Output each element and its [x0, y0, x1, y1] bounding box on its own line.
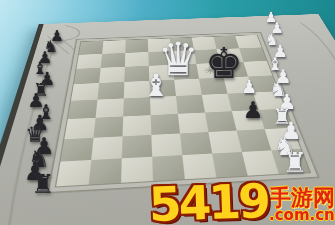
watermark-text-column: 手游网 .com.cn — [269, 188, 335, 224]
piece-white-bishop-d5[interactable]: ♝ — [142, 70, 170, 101]
square-c2[interactable] — [122, 135, 152, 158]
square-b1[interactable] — [89, 158, 122, 184]
watermark-site-name: 手游网 — [269, 188, 335, 208]
square-b8[interactable] — [102, 40, 126, 54]
square-b5[interactable] — [97, 82, 124, 100]
square-c8[interactable] — [125, 39, 148, 53]
watermark-site-number: 5419 — [148, 180, 268, 225]
square-a5[interactable] — [71, 83, 99, 101]
square-a1[interactable] — [56, 160, 91, 186]
square-e3[interactable] — [178, 113, 209, 134]
square-a8[interactable] — [79, 41, 104, 55]
square-b4[interactable] — [96, 98, 124, 117]
piece-black-king-g6[interactable]: ♚ — [205, 43, 243, 85]
piece-white-pawn-h5[interactable]: ♟ — [241, 78, 257, 96]
screenshot-stage: ✳ ♛♝♚♟♟♟♞♟♝♟♜♟♝♟♛♟♞♟♜♟♟♞♟♝♟♞♟♜♟♞♜ 5419 手… — [0, 0, 335, 225]
square-e4[interactable] — [176, 95, 205, 114]
square-a2[interactable] — [60, 138, 93, 162]
square-e2[interactable] — [180, 132, 212, 155]
square-a3[interactable] — [64, 118, 95, 139]
captured-black-rook: ♜ — [31, 171, 54, 197]
captured-white-rook: ♜ — [283, 149, 307, 176]
square-b6[interactable] — [99, 67, 125, 83]
square-c3[interactable] — [123, 115, 152, 136]
piece-black-pawn-h4[interactable]: ♟ — [243, 99, 264, 122]
square-d3[interactable] — [151, 114, 180, 135]
square-c7[interactable] — [125, 52, 149, 67]
square-a7[interactable] — [76, 54, 102, 69]
square-b2[interactable] — [91, 136, 122, 160]
square-b7[interactable] — [101, 53, 126, 68]
square-d2[interactable] — [151, 133, 182, 156]
square-b3[interactable] — [94, 116, 124, 137]
square-a4[interactable] — [68, 100, 98, 120]
square-h7[interactable] — [239, 47, 267, 61]
square-a6[interactable] — [74, 68, 101, 84]
watermark: 5419 手游网 .com.cn — [149, 182, 335, 224]
watermark-domain: .com.cn — [269, 209, 335, 223]
